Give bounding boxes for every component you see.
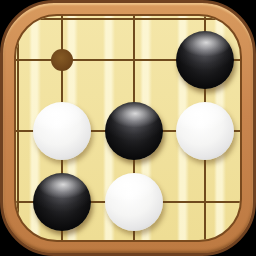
go-stone-black[interactable]	[33, 173, 91, 231]
go-stone-white[interactable]	[176, 102, 234, 160]
star-point-hoshi	[51, 49, 73, 71]
go-stone-black[interactable]	[176, 31, 234, 89]
grid-line-h-4	[16, 241, 240, 242]
go-stone-white[interactable]	[33, 102, 91, 160]
go-stone-black[interactable]	[105, 102, 163, 160]
go-board[interactable]	[14, 14, 242, 242]
go-app-icon[interactable]	[0, 0, 256, 256]
grid-line-v-0	[17, 16, 19, 240]
grid-line-h-0	[16, 18, 240, 20]
go-stone-white[interactable]	[105, 173, 163, 231]
